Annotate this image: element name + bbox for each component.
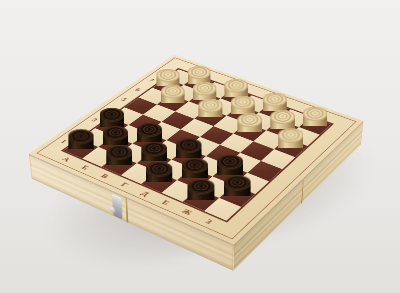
checker-top	[103, 126, 128, 140]
clasp-knob-icon	[109, 205, 115, 214]
checker-top	[137, 123, 162, 137]
checker-top	[198, 99, 222, 113]
checker-top	[176, 138, 202, 152]
checker-top	[263, 93, 287, 106]
checker-top	[231, 96, 255, 110]
checker-top	[188, 66, 211, 79]
checker-top	[146, 162, 173, 177]
checker-dark[interactable]	[187, 179, 214, 207]
photo-background: АБВГДЕЖЗ 87654321	[0, 0, 400, 293]
checker-top	[141, 142, 167, 156]
checker-top	[224, 79, 248, 92]
checker-top	[217, 155, 243, 170]
checker-top	[278, 128, 303, 142]
metal-clasp-icon	[112, 194, 122, 218]
checker-top	[161, 85, 185, 98]
checker-top	[68, 129, 93, 143]
checker-top	[270, 110, 295, 124]
box-fold-seam	[125, 197, 128, 223]
checker-top	[237, 113, 262, 127]
checker-dark[interactable]	[106, 145, 132, 172]
checker-top	[187, 179, 214, 194]
checker-top	[156, 69, 179, 82]
checker-top	[303, 107, 328, 121]
checker-top	[182, 158, 208, 173]
checker-top	[193, 82, 217, 95]
checker-top	[106, 145, 132, 160]
checker-top	[224, 175, 251, 190]
checker-dark[interactable]	[224, 175, 251, 203]
box-fold-seam	[301, 178, 304, 204]
checker-top	[100, 108, 125, 122]
